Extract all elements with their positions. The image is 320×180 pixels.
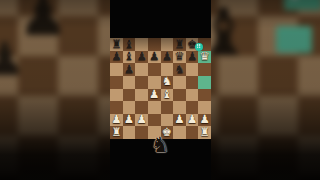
square-g2[interactable]: ♟ xyxy=(186,114,199,127)
square-a5[interactable] xyxy=(110,76,123,89)
square-d2[interactable] xyxy=(148,114,161,127)
square-c6[interactable] xyxy=(135,63,148,76)
square-g4[interactable] xyxy=(186,89,199,102)
square-e3[interactable] xyxy=(161,101,174,114)
square-b4[interactable] xyxy=(123,89,136,102)
square-c2[interactable]: ♟ xyxy=(135,114,148,127)
square-d7[interactable]: ♟ xyxy=(148,51,161,64)
square-a4[interactable] xyxy=(110,89,123,102)
square-b6[interactable]: ♟ xyxy=(123,63,136,76)
square-d6[interactable] xyxy=(148,63,161,76)
square-f4[interactable] xyxy=(173,89,186,102)
square-h6[interactable] xyxy=(198,63,211,76)
square-d4[interactable]: ♟ xyxy=(148,89,161,102)
screenshot-root: ♟ ♟ ♝ ♜♝♜♚♟♝♟♟♟♛♟♛♟♞♞♟♝♟♟♟♟♟♟♜♚♜ !! ♞ xyxy=(0,0,320,180)
white-pawn[interactable]: ♟ xyxy=(124,114,134,126)
square-a7[interactable]: ♟ xyxy=(110,51,123,64)
black-pawn[interactable]: ♟ xyxy=(149,51,159,63)
square-h1[interactable]: ♜ xyxy=(198,126,211,139)
square-h5[interactable] xyxy=(198,76,211,89)
square-c1[interactable] xyxy=(135,126,148,139)
background-badge-blob xyxy=(284,0,320,10)
black-pawn[interactable]: ♟ xyxy=(162,51,172,63)
black-knight[interactable]: ♞ xyxy=(174,64,184,76)
background-highlight-blob xyxy=(276,26,312,53)
chess-board[interactable]: ♜♝♜♚♟♝♟♟♟♛♟♛♟♞♞♟♝♟♟♟♟♟♟♜♚♜ !! xyxy=(110,38,211,139)
black-queen[interactable]: ♛ xyxy=(174,51,184,63)
black-pawn[interactable]: ♟ xyxy=(187,51,197,63)
square-f5[interactable] xyxy=(173,76,186,89)
white-pawn[interactable]: ♟ xyxy=(149,89,159,101)
square-b5[interactable] xyxy=(123,76,136,89)
background-pawn-blob: ♟ xyxy=(18,0,68,44)
square-g1[interactable] xyxy=(186,126,199,139)
square-d3[interactable] xyxy=(148,101,161,114)
black-pawn[interactable]: ♟ xyxy=(111,51,121,63)
square-f2[interactable]: ♟ xyxy=(173,114,186,127)
white-queen[interactable]: ♛ xyxy=(200,51,210,63)
white-pawn[interactable]: ♟ xyxy=(174,114,184,126)
square-h4[interactable] xyxy=(198,89,211,102)
square-h7[interactable]: ♛ xyxy=(198,51,211,64)
brilliant-move-badge: !! xyxy=(195,43,203,51)
square-c5[interactable] xyxy=(135,76,148,89)
black-pawn[interactable]: ♟ xyxy=(124,64,134,76)
square-f1[interactable] xyxy=(173,126,186,139)
white-pawn[interactable]: ♟ xyxy=(136,114,146,126)
background-pawn-blob: ♟ xyxy=(0,36,25,82)
square-b1[interactable] xyxy=(123,126,136,139)
white-rook[interactable]: ♜ xyxy=(200,127,210,139)
square-c4[interactable] xyxy=(135,89,148,102)
square-b2[interactable]: ♟ xyxy=(123,114,136,127)
video-frame: ♜♝♜♚♟♝♟♟♟♛♟♛♟♞♞♟♝♟♟♟♟♟♟♜♚♜ !! ♞ xyxy=(110,0,211,180)
square-g5[interactable] xyxy=(186,76,199,89)
white-pawn[interactable]: ♟ xyxy=(187,114,197,126)
white-rook[interactable]: ♜ xyxy=(111,127,121,139)
square-f6[interactable]: ♞ xyxy=(173,63,186,76)
brilliant-badge-label: !! xyxy=(197,45,201,49)
square-g6[interactable] xyxy=(186,63,199,76)
square-a1[interactable]: ♜ xyxy=(110,126,123,139)
square-a6[interactable] xyxy=(110,63,123,76)
square-g7[interactable]: ♟ xyxy=(186,51,199,64)
black-bishop[interactable]: ♝ xyxy=(124,51,134,63)
square-e7[interactable]: ♟ xyxy=(161,51,174,64)
square-e4[interactable]: ♝ xyxy=(161,89,174,102)
black-pawn[interactable]: ♟ xyxy=(136,51,146,63)
white-bishop[interactable]: ♝ xyxy=(162,89,172,101)
square-c7[interactable]: ♟ xyxy=(135,51,148,64)
floating-black-knight-icon: ♞ xyxy=(151,135,170,156)
